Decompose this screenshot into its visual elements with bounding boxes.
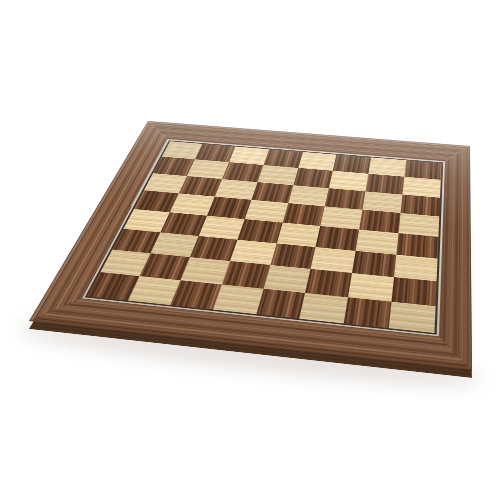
- product-photo-stage: [0, 0, 500, 500]
- square-g1[interactable]: [344, 297, 391, 328]
- square-h1[interactable]: [389, 302, 436, 333]
- square-e1[interactable]: [256, 289, 305, 319]
- square-f1[interactable]: [300, 293, 348, 323]
- square-d1[interactable]: [213, 284, 263, 313]
